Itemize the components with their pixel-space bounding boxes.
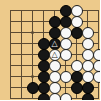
stone-white[interactable] [60,93,72,101]
stone-white[interactable] [49,71,61,83]
stone-white[interactable] [71,5,83,17]
stone-black[interactable] [38,82,50,94]
stone-white[interactable] [82,38,94,50]
stone-white[interactable] [82,60,94,72]
stone-black[interactable] [71,82,83,94]
stone-white[interactable] [60,49,72,61]
stone-black[interactable] [38,60,50,72]
stone-white[interactable] [93,60,101,72]
stone-white[interactable] [93,71,101,83]
stone-black[interactable] [71,27,83,39]
stone-white[interactable] [71,60,83,72]
stone-white[interactable] [82,71,94,83]
triangle-mark: △ [51,40,57,48]
stone-white[interactable] [82,49,94,61]
stone-white[interactable] [49,60,61,72]
stone-white[interactable]: △ [49,49,61,61]
stone-black[interactable] [49,16,61,28]
stone-black[interactable] [38,71,50,83]
stone-black[interactable] [38,38,50,50]
stone-white[interactable] [60,71,72,83]
screenshot-root: △△ [0,0,100,100]
stone-white[interactable] [93,49,101,61]
stone-black[interactable] [27,82,39,94]
stone-white[interactable] [82,27,94,39]
stone-black[interactable]: △ [49,38,61,50]
stone-black[interactable] [82,93,94,101]
stone-black[interactable] [71,71,83,83]
stone-white[interactable] [60,38,72,50]
stone-white[interactable] [49,82,61,94]
stone-black[interactable] [60,5,72,17]
stone-white[interactable] [60,27,72,39]
stone-white[interactable] [49,93,61,101]
stone-black[interactable] [82,82,94,94]
stone-black[interactable] [49,27,61,39]
hoshi-point [31,31,34,34]
stone-black[interactable] [38,93,50,101]
triangle-mark: △ [51,51,57,59]
go-board[interactable]: △△ [0,0,100,100]
stone-black[interactable] [60,16,72,28]
stone-black[interactable] [38,49,50,61]
hoshi-point [31,75,34,78]
stone-white[interactable] [71,16,83,28]
